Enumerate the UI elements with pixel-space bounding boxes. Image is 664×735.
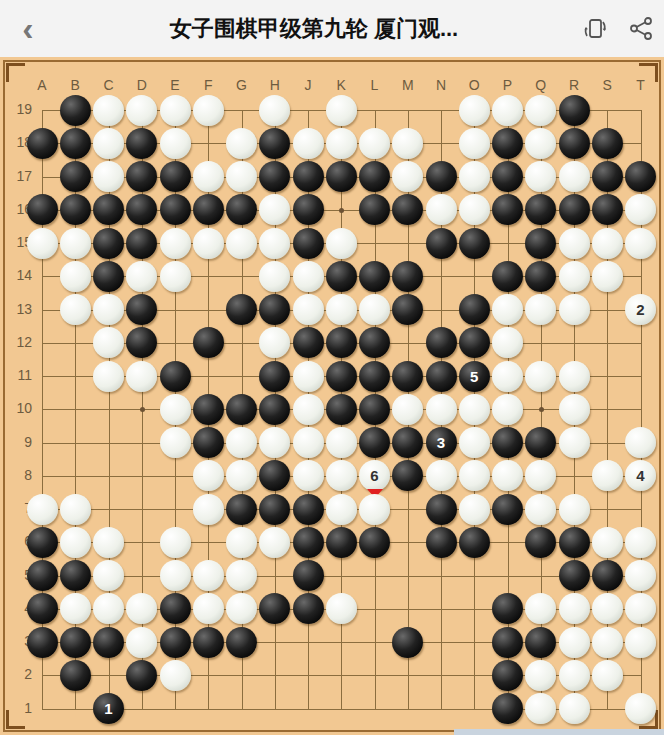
white-stone — [525, 593, 556, 624]
row-label: 14 — [6, 267, 32, 283]
white-stone — [160, 560, 191, 591]
white-stone — [592, 228, 623, 259]
frame-corner-ornament — [6, 63, 25, 82]
white-stone — [226, 560, 257, 591]
white-stone — [459, 394, 490, 425]
black-stone — [359, 194, 390, 225]
black-stone — [392, 294, 423, 325]
white-stone — [126, 361, 157, 392]
white-stone-move-2: 2 — [625, 294, 656, 325]
black-stone — [126, 660, 157, 691]
black-stone — [259, 460, 290, 491]
white-stone — [559, 427, 590, 458]
white-stone — [525, 660, 556, 691]
white-stone — [93, 327, 124, 358]
black-stone — [326, 394, 357, 425]
column-label: A — [30, 77, 54, 93]
white-stone — [525, 95, 556, 126]
black-stone — [27, 527, 58, 558]
white-stone — [459, 128, 490, 159]
column-label: S — [595, 77, 619, 93]
black-stone — [93, 228, 124, 259]
white-stone — [459, 427, 490, 458]
white-stone — [259, 327, 290, 358]
black-stone — [592, 194, 623, 225]
black-stone — [60, 128, 91, 159]
column-label: K — [329, 77, 353, 93]
white-stone — [293, 128, 324, 159]
back-button[interactable]: ‹ — [0, 0, 56, 57]
black-stone — [293, 494, 324, 525]
white-stone — [559, 294, 590, 325]
white-stone — [625, 527, 656, 558]
white-stone — [592, 593, 623, 624]
white-stone — [27, 228, 58, 259]
white-stone — [160, 427, 191, 458]
column-label: O — [462, 77, 486, 93]
black-stone — [426, 361, 457, 392]
black-stone — [592, 161, 623, 192]
black-stone — [126, 294, 157, 325]
black-stone — [293, 527, 324, 558]
black-stone — [27, 627, 58, 658]
white-stone — [359, 494, 390, 525]
row-label: 1 — [6, 700, 32, 716]
black-stone — [392, 261, 423, 292]
white-stone — [193, 460, 224, 491]
share-icon[interactable] — [618, 0, 664, 57]
black-stone — [326, 361, 357, 392]
white-stone — [27, 494, 58, 525]
black-stone — [126, 327, 157, 358]
black-stone — [525, 228, 556, 259]
black-stone — [392, 627, 423, 658]
white-stone — [559, 593, 590, 624]
black-stone — [392, 361, 423, 392]
white-stone — [60, 261, 91, 292]
white-stone — [592, 460, 623, 491]
column-label: G — [230, 77, 254, 93]
white-stone — [226, 460, 257, 491]
white-stone — [625, 560, 656, 591]
white-stone — [193, 95, 224, 126]
white-stone — [93, 294, 124, 325]
black-stone — [160, 361, 191, 392]
white-stone — [60, 527, 91, 558]
row-label: 2 — [6, 666, 32, 682]
white-stone — [293, 261, 324, 292]
black-stone — [193, 427, 224, 458]
black-stone — [459, 527, 490, 558]
rotate-device-icon[interactable] — [572, 0, 618, 57]
black-stone — [459, 228, 490, 259]
black-stone — [293, 560, 324, 591]
row-label: 17 — [6, 168, 32, 184]
white-stone — [426, 460, 457, 491]
white-stone — [259, 194, 290, 225]
white-stone — [592, 660, 623, 691]
black-stone — [492, 161, 523, 192]
white-stone — [126, 95, 157, 126]
white-stone — [326, 494, 357, 525]
white-stone — [392, 394, 423, 425]
black-stone — [592, 128, 623, 159]
black-stone — [426, 527, 457, 558]
black-stone — [492, 627, 523, 658]
row-label: 12 — [6, 334, 32, 350]
row-label: 9 — [6, 434, 32, 450]
white-stone — [93, 593, 124, 624]
page-title: 女子围棋甲级第九轮 厦门观... — [56, 14, 572, 44]
black-stone — [193, 327, 224, 358]
black-stone — [392, 427, 423, 458]
white-stone — [559, 361, 590, 392]
black-stone — [326, 327, 357, 358]
black-stone — [359, 527, 390, 558]
black-stone — [492, 693, 523, 724]
white-stone — [625, 593, 656, 624]
black-stone — [492, 494, 523, 525]
white-stone — [559, 261, 590, 292]
black-stone — [359, 327, 390, 358]
white-stone — [160, 128, 191, 159]
white-stone — [193, 593, 224, 624]
black-stone — [27, 128, 58, 159]
black-stone — [559, 128, 590, 159]
black-stone — [492, 194, 523, 225]
black-stone — [193, 394, 224, 425]
white-stone — [326, 294, 357, 325]
go-board[interactable]: ABCDEFGHJKLMNOPQRST191817161514131211109… — [0, 57, 664, 735]
white-stone — [93, 527, 124, 558]
white-stone — [559, 660, 590, 691]
black-stone — [492, 660, 523, 691]
black-stone — [259, 294, 290, 325]
white-stone — [559, 693, 590, 724]
black-stone — [93, 194, 124, 225]
white-stone-move-6: 6 — [359, 460, 390, 491]
white-stone — [625, 693, 656, 724]
white-stone — [625, 228, 656, 259]
black-stone — [559, 560, 590, 591]
white-stone — [525, 460, 556, 491]
white-stone — [426, 194, 457, 225]
black-stone — [293, 194, 324, 225]
header-bar: ‹ 女子围棋甲级第九轮 厦门观... — [0, 0, 664, 58]
white-stone — [359, 294, 390, 325]
white-stone — [559, 627, 590, 658]
black-stone — [459, 327, 490, 358]
white-stone — [525, 693, 556, 724]
black-stone — [259, 593, 290, 624]
row-label: 11 — [6, 367, 32, 383]
white-stone — [326, 128, 357, 159]
white-stone — [492, 361, 523, 392]
row-label: 8 — [6, 467, 32, 483]
white-stone — [160, 95, 191, 126]
column-label: Q — [529, 77, 553, 93]
black-stone — [426, 228, 457, 259]
white-stone — [625, 427, 656, 458]
column-label: P — [496, 77, 520, 93]
white-stone — [459, 95, 490, 126]
column-label: C — [97, 77, 121, 93]
black-stone — [126, 128, 157, 159]
black-stone — [193, 194, 224, 225]
column-label: D — [130, 77, 154, 93]
black-stone — [426, 327, 457, 358]
white-stone — [226, 161, 257, 192]
white-stone — [193, 228, 224, 259]
white-stone — [326, 460, 357, 491]
black-stone — [525, 194, 556, 225]
black-stone — [126, 194, 157, 225]
white-stone — [193, 161, 224, 192]
black-stone — [60, 627, 91, 658]
black-stone — [60, 161, 91, 192]
black-stone — [259, 361, 290, 392]
black-stone — [226, 294, 257, 325]
white-stone — [426, 394, 457, 425]
column-label: B — [63, 77, 87, 93]
column-label: N — [429, 77, 453, 93]
black-stone — [293, 228, 324, 259]
column-label: H — [263, 77, 287, 93]
black-stone — [492, 261, 523, 292]
white-stone — [559, 161, 590, 192]
white-stone — [259, 427, 290, 458]
white-stone — [93, 95, 124, 126]
black-stone — [259, 128, 290, 159]
black-stone — [559, 527, 590, 558]
white-stone — [492, 460, 523, 491]
black-stone — [259, 394, 290, 425]
white-stone — [126, 627, 157, 658]
black-stone — [27, 593, 58, 624]
white-stone — [525, 494, 556, 525]
black-stone — [60, 194, 91, 225]
star-point — [140, 407, 145, 412]
black-stone — [359, 161, 390, 192]
black-stone — [426, 494, 457, 525]
white-stone — [492, 95, 523, 126]
white-stone — [259, 261, 290, 292]
white-stone — [160, 261, 191, 292]
white-stone — [492, 394, 523, 425]
star-point — [339, 208, 344, 213]
white-stone — [126, 261, 157, 292]
white-stone — [193, 494, 224, 525]
black-stone — [160, 593, 191, 624]
black-stone — [293, 327, 324, 358]
white-stone — [459, 194, 490, 225]
white-stone — [226, 527, 257, 558]
black-stone — [326, 161, 357, 192]
column-label: L — [363, 77, 387, 93]
white-stone — [293, 460, 324, 491]
white-stone — [259, 527, 290, 558]
black-stone — [426, 161, 457, 192]
white-stone — [93, 560, 124, 591]
black-stone — [60, 560, 91, 591]
column-label: E — [163, 77, 187, 93]
black-stone — [525, 527, 556, 558]
white-stone — [326, 427, 357, 458]
white-stone — [160, 228, 191, 259]
black-stone — [525, 427, 556, 458]
white-stone — [459, 494, 490, 525]
white-stone — [160, 660, 191, 691]
white-stone — [93, 128, 124, 159]
black-stone-move-1: 1 — [93, 693, 124, 724]
white-stone — [592, 627, 623, 658]
bottom-toolbar-edge — [454, 729, 664, 735]
white-stone-move-4: 4 — [625, 460, 656, 491]
white-stone — [293, 294, 324, 325]
black-stone — [226, 394, 257, 425]
black-stone — [359, 394, 390, 425]
column-label: F — [196, 77, 220, 93]
white-stone — [326, 228, 357, 259]
white-stone — [60, 294, 91, 325]
black-stone — [392, 460, 423, 491]
white-stone — [492, 327, 523, 358]
black-stone — [559, 194, 590, 225]
white-stone — [93, 161, 124, 192]
white-stone — [160, 527, 191, 558]
white-stone — [193, 560, 224, 591]
black-stone — [459, 294, 490, 325]
black-stone — [359, 261, 390, 292]
white-stone — [625, 627, 656, 658]
black-stone — [126, 161, 157, 192]
white-stone — [60, 593, 91, 624]
white-stone — [93, 361, 124, 392]
black-stone — [193, 627, 224, 658]
black-stone — [359, 361, 390, 392]
black-stone — [525, 627, 556, 658]
white-stone — [525, 361, 556, 392]
black-stone-move-5: 5 — [459, 361, 490, 392]
row-label: 13 — [6, 301, 32, 317]
white-stone — [592, 527, 623, 558]
white-stone — [525, 161, 556, 192]
black-stone — [592, 560, 623, 591]
black-stone — [392, 194, 423, 225]
black-stone — [60, 95, 91, 126]
black-stone — [93, 261, 124, 292]
black-stone — [226, 627, 257, 658]
white-stone — [525, 128, 556, 159]
white-stone — [459, 161, 490, 192]
column-label: T — [629, 77, 653, 93]
black-stone — [326, 527, 357, 558]
white-stone — [126, 593, 157, 624]
star-point — [539, 407, 544, 412]
black-stone — [93, 627, 124, 658]
white-stone — [525, 294, 556, 325]
white-stone — [559, 228, 590, 259]
white-stone — [60, 494, 91, 525]
black-stone — [525, 261, 556, 292]
black-stone — [226, 194, 257, 225]
white-stone — [559, 394, 590, 425]
black-stone — [293, 161, 324, 192]
black-stone — [492, 593, 523, 624]
black-stone — [359, 427, 390, 458]
black-stone — [160, 627, 191, 658]
black-stone — [27, 560, 58, 591]
white-stone — [625, 194, 656, 225]
white-stone — [392, 161, 423, 192]
black-stone — [60, 660, 91, 691]
white-stone — [326, 95, 357, 126]
black-stone — [259, 161, 290, 192]
black-stone — [160, 161, 191, 192]
black-stone — [559, 95, 590, 126]
row-label: 10 — [6, 400, 32, 416]
white-stone — [326, 593, 357, 624]
white-stone — [359, 128, 390, 159]
white-stone — [293, 427, 324, 458]
white-stone — [392, 128, 423, 159]
white-stone — [459, 460, 490, 491]
black-stone — [625, 161, 656, 192]
white-stone — [226, 228, 257, 259]
black-stone — [226, 494, 257, 525]
column-label: J — [296, 77, 320, 93]
black-stone — [160, 194, 191, 225]
black-stone — [126, 228, 157, 259]
white-stone — [259, 228, 290, 259]
black-stone — [492, 128, 523, 159]
black-stone — [293, 593, 324, 624]
white-stone — [226, 593, 257, 624]
white-stone — [559, 494, 590, 525]
black-stone — [326, 261, 357, 292]
column-label: M — [396, 77, 420, 93]
white-stone — [226, 128, 257, 159]
white-stone — [293, 394, 324, 425]
column-label: R — [562, 77, 586, 93]
white-stone — [160, 394, 191, 425]
row-label: 19 — [6, 101, 32, 117]
black-stone — [492, 427, 523, 458]
white-stone — [226, 427, 257, 458]
white-stone — [492, 294, 523, 325]
black-stone — [27, 194, 58, 225]
white-stone — [259, 95, 290, 126]
black-stone — [259, 494, 290, 525]
white-stone — [293, 361, 324, 392]
white-stone — [592, 261, 623, 292]
black-stone-move-3: 3 — [426, 427, 457, 458]
white-stone — [60, 228, 91, 259]
